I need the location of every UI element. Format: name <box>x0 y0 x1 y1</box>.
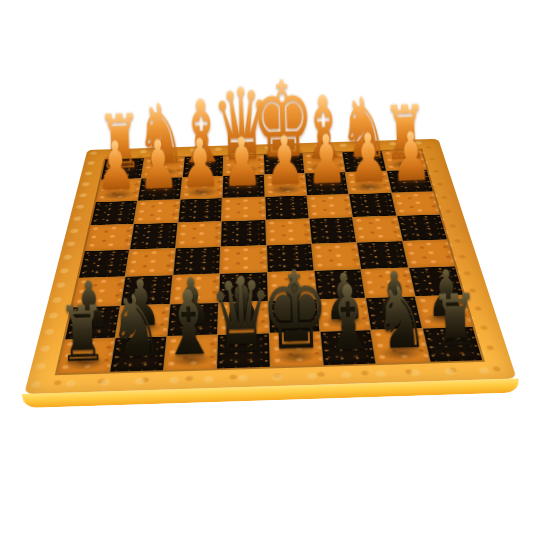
square-r3-c6[interactable] <box>307 194 352 218</box>
square-r3-c1[interactable] <box>91 201 137 225</box>
square-r2-c2[interactable]: ♟ <box>138 178 181 201</box>
board-surface: ♜♞♝♛♚♝♞♜♟♟♟♟♟♟♟♟♟♟♟♟♟♟♟♟♜♞♝♛♚♝♞♜ <box>24 139 517 394</box>
square-r4-c6[interactable] <box>309 217 356 243</box>
square-r2-c4[interactable]: ♟ <box>223 175 264 198</box>
square-r3-c8[interactable] <box>392 192 440 216</box>
square-r8-c7[interactable]: ♞ <box>371 328 429 363</box>
piece-black-knight[interactable]: ♞ <box>373 276 430 363</box>
square-r4-c2[interactable] <box>130 223 177 249</box>
piece-amber-pawn[interactable]: ♟ <box>179 130 221 198</box>
piece-amber-pawn[interactable]: ♟ <box>95 133 137 201</box>
square-r2-c8[interactable]: ♟ <box>387 170 433 192</box>
chess-board: ♜♞♝♛♚♝♞♜♟♟♟♟♟♟♟♟♟♟♟♟♟♟♟♟♜♞♝♛♚♝♞♜ <box>24 139 517 394</box>
square-r2-c1[interactable]: ♟ <box>96 179 141 202</box>
piece-black-knight[interactable]: ♞ <box>107 284 164 371</box>
board-grid: ♜♞♝♛♚♝♞♜♟♟♟♟♟♟♟♟♟♟♟♟♟♟♟♟♜♞♝♛♚♝♞♜ <box>57 150 482 374</box>
square-r3-c7[interactable] <box>349 193 395 217</box>
square-r2-c3[interactable]: ♟ <box>181 176 223 199</box>
piece-amber-pawn[interactable]: ♟ <box>263 127 305 195</box>
square-r4-c4[interactable] <box>221 220 265 246</box>
square-r8-c1[interactable]: ♜ <box>57 338 115 373</box>
square-r4-c8[interactable] <box>397 215 447 241</box>
square-r4-c1[interactable] <box>85 224 133 250</box>
piece-black-rook[interactable]: ♜ <box>430 283 480 360</box>
piece-amber-pawn[interactable]: ♟ <box>390 123 432 191</box>
photo-scene: ♜♞♝♛♚♝♞♜♟♟♟♟♟♟♟♟♟♟♟♟♟♟♟♟♜♞♝♛♚♝♞♜ <box>55 34 478 457</box>
square-r2-c5[interactable]: ♟ <box>264 174 306 197</box>
square-r2-c6[interactable]: ♟ <box>305 172 348 195</box>
square-r8-c5[interactable]: ♚ <box>269 332 322 367</box>
piece-amber-pawn[interactable]: ♟ <box>221 129 263 197</box>
piece-black-bishop[interactable]: ♝ <box>319 274 378 364</box>
square-r8-c2[interactable]: ♞ <box>111 336 166 371</box>
square-r8-c6[interactable]: ♝ <box>320 330 375 365</box>
square-r4-c7[interactable] <box>353 216 401 242</box>
square-r4-c3[interactable] <box>176 222 221 248</box>
square-r3-c2[interactable] <box>135 199 180 223</box>
piece-amber-pawn[interactable]: ♟ <box>137 131 179 199</box>
square-r3-c4[interactable] <box>222 197 265 221</box>
square-r4-c5[interactable] <box>266 219 311 245</box>
square-r3-c3[interactable] <box>178 198 222 222</box>
piece-amber-pawn[interactable]: ♟ <box>348 125 390 193</box>
piece-black-rook[interactable]: ♜ <box>57 295 107 372</box>
piece-amber-pawn[interactable]: ♟ <box>306 126 348 194</box>
square-r2-c7[interactable]: ♟ <box>346 171 391 193</box>
square-r3-c5[interactable] <box>265 196 308 220</box>
square-r8-c8[interactable]: ♜ <box>423 327 483 362</box>
